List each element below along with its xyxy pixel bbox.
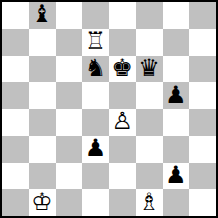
square-d5[interactable] [82,82,109,109]
square-b4[interactable] [29,109,56,136]
square-e3[interactable] [109,136,136,163]
piece-white-pawn-e4[interactable]: ♙ [112,109,134,133]
square-h2[interactable] [189,163,216,190]
square-a5[interactable] [2,82,29,109]
square-e1[interactable] [109,189,136,216]
square-f4[interactable] [136,109,163,136]
piece-black-king-e6[interactable]: ♚ [112,56,134,80]
square-a8[interactable] [2,2,29,29]
square-c7[interactable] [56,29,83,56]
square-a3[interactable] [2,136,29,163]
piece-black-knight-d6[interactable]: ♞ [85,56,107,80]
square-b2[interactable] [29,163,56,190]
square-f8[interactable] [136,2,163,29]
square-e5[interactable] [109,82,136,109]
square-a6[interactable] [2,56,29,83]
square-e2[interactable] [109,163,136,190]
square-b7[interactable] [29,29,56,56]
piece-white-king-b1[interactable]: ♔ [31,190,53,214]
piece-white-bishop-f1[interactable]: ♗ [138,190,160,214]
piece-black-pawn-g5[interactable]: ♟ [165,83,187,107]
square-h5[interactable] [189,82,216,109]
square-h1[interactable] [189,189,216,216]
square-g7[interactable] [163,29,190,56]
square-b6[interactable] [29,56,56,83]
square-d2[interactable] [82,163,109,190]
square-g2[interactable]: ♟ [163,163,190,190]
square-h6[interactable] [189,56,216,83]
square-c3[interactable] [56,136,83,163]
square-c6[interactable] [56,56,83,83]
piece-white-rook-d7[interactable]: ♖ [85,29,107,53]
square-g3[interactable] [163,136,190,163]
square-f7[interactable] [136,29,163,56]
square-e8[interactable] [109,2,136,29]
square-d1[interactable] [82,189,109,216]
chess-board: ♝♖♞♚♛♟♙♟♟♔♗ [0,0,218,218]
square-e7[interactable] [109,29,136,56]
piece-black-pawn-g2[interactable]: ♟ [165,163,187,187]
square-g8[interactable] [163,2,190,29]
square-a4[interactable] [2,109,29,136]
square-c8[interactable] [56,2,83,29]
square-c1[interactable] [56,189,83,216]
square-h3[interactable] [189,136,216,163]
square-g1[interactable] [163,189,190,216]
square-d7[interactable]: ♖ [82,29,109,56]
square-b8[interactable]: ♝ [29,2,56,29]
piece-black-pawn-d3[interactable]: ♟ [85,136,107,160]
square-f6[interactable]: ♛ [136,56,163,83]
square-g4[interactable] [163,109,190,136]
square-g6[interactable] [163,56,190,83]
square-f2[interactable] [136,163,163,190]
square-h7[interactable] [189,29,216,56]
square-d3[interactable]: ♟ [82,136,109,163]
square-a2[interactable] [2,163,29,190]
square-b1[interactable]: ♔ [29,189,56,216]
square-h8[interactable] [189,2,216,29]
square-a1[interactable] [2,189,29,216]
square-f1[interactable]: ♗ [136,189,163,216]
square-h4[interactable] [189,109,216,136]
square-c4[interactable] [56,109,83,136]
square-b5[interactable] [29,82,56,109]
square-c2[interactable] [56,163,83,190]
square-c5[interactable] [56,82,83,109]
square-a7[interactable] [2,29,29,56]
square-e4[interactable]: ♙ [109,109,136,136]
square-e6[interactable]: ♚ [109,56,136,83]
square-d4[interactable] [82,109,109,136]
square-b3[interactable] [29,136,56,163]
square-f5[interactable] [136,82,163,109]
square-d6[interactable]: ♞ [82,56,109,83]
square-g5[interactable]: ♟ [163,82,190,109]
square-d8[interactable] [82,2,109,29]
piece-black-bishop-b8[interactable]: ♝ [31,2,53,26]
piece-black-queen-f6[interactable]: ♛ [138,56,160,80]
square-f3[interactable] [136,136,163,163]
